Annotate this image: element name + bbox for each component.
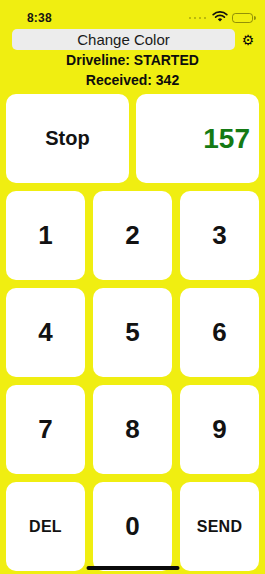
wifi-icon bbox=[212, 9, 228, 27]
cellular-signal-dots-icon bbox=[189, 17, 207, 20]
keypad-row-2: 4 5 6 bbox=[6, 288, 259, 377]
stop-button[interactable]: Stop bbox=[6, 94, 129, 183]
digit-1-button[interactable]: 1 bbox=[6, 191, 85, 280]
keypad: Stop 157 1 2 3 4 5 6 7 8 9 DEL 0 SEND bbox=[6, 94, 259, 571]
digit-7-button[interactable]: 7 bbox=[6, 385, 85, 474]
keypad-row-4: DEL 0 SEND bbox=[6, 482, 259, 571]
digit-9-button[interactable]: 9 bbox=[180, 385, 259, 474]
digit-5-button[interactable]: 5 bbox=[93, 288, 172, 377]
keypad-top-row: Stop 157 bbox=[6, 94, 259, 183]
change-color-button[interactable]: Change Color bbox=[12, 29, 235, 50]
digit-2-button[interactable]: 2 bbox=[93, 191, 172, 280]
digit-8-button[interactable]: 8 bbox=[93, 385, 172, 474]
gear-icon[interactable]: ⚙ bbox=[239, 31, 257, 49]
driveline-status-text: Driveline: STARTED bbox=[0, 52, 265, 68]
home-indicator[interactable] bbox=[86, 566, 179, 571]
digit-4-button[interactable]: 4 bbox=[6, 288, 85, 377]
battery-outline-icon bbox=[232, 13, 253, 24]
digit-6-button[interactable]: 6 bbox=[180, 288, 259, 377]
send-button[interactable]: SEND bbox=[180, 482, 259, 571]
delete-button[interactable]: DEL bbox=[6, 482, 85, 571]
header-row: Change Color ⚙ bbox=[0, 28, 265, 50]
keypad-row-3: 7 8 9 bbox=[6, 385, 259, 474]
status-bar: 8:38 bbox=[0, 0, 265, 28]
digit-3-button[interactable]: 3 bbox=[180, 191, 259, 280]
received-count-text: Received: 342 bbox=[0, 72, 265, 88]
clock-time: 8:38 bbox=[27, 11, 52, 25]
app-screen: 8:38 Change Color ⚙ Driveline: STARTED R… bbox=[0, 0, 265, 574]
keypad-row-1: 1 2 3 bbox=[6, 191, 259, 280]
number-display: 157 bbox=[136, 94, 259, 183]
digit-0-button[interactable]: 0 bbox=[93, 482, 172, 571]
status-icons bbox=[189, 9, 254, 27]
